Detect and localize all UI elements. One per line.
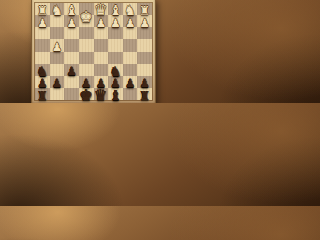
pawn-glyph: ♟ <box>37 19 47 28</box>
piece-white-pawn-g4[interactable]: ♟ <box>50 39 65 51</box>
piece-white-knight-b1[interactable]: ♞ <box>123 3 138 15</box>
rook-glyph: ♜ <box>139 91 150 101</box>
piece-black-knight-c6[interactable]: ♞ <box>108 64 123 76</box>
square-d4[interactable] <box>94 39 109 51</box>
pawn-glyph: ♟ <box>110 19 120 28</box>
square-d5[interactable] <box>94 52 109 64</box>
knight-glyph: ♞ <box>51 5 63 16</box>
square-f4[interactable] <box>64 39 79 51</box>
piece-white-pawn-d2[interactable]: ♟ <box>94 15 109 27</box>
square-e6[interactable] <box>79 64 94 76</box>
piece-black-bishop-c8[interactable]: ♝ <box>108 88 123 100</box>
piece-white-queen-d1[interactable]: ♛ <box>94 3 109 15</box>
bishop-glyph: ♝ <box>109 90 122 101</box>
king-glyph: ♚ <box>79 89 92 101</box>
king-glyph: ♚ <box>79 11 92 23</box>
piece-black-pawn-a7[interactable]: ♟ <box>137 76 152 88</box>
square-b5[interactable] <box>123 52 138 64</box>
piece-black-pawn-f6[interactable]: ♟ <box>64 64 79 76</box>
square-e5[interactable] <box>79 52 94 64</box>
piece-black-pawn-h7[interactable]: ♟ <box>35 76 50 88</box>
pawn-glyph: ♟ <box>140 19 150 28</box>
piece-white-rook-a1[interactable]: ♜ <box>137 3 152 15</box>
piece-white-bishop-f1[interactable]: ♝ <box>64 3 79 15</box>
square-f8[interactable] <box>64 88 79 100</box>
rook-glyph: ♜ <box>37 91 48 101</box>
square-g6[interactable] <box>50 64 65 76</box>
piece-white-pawn-f2[interactable]: ♟ <box>64 15 79 27</box>
pawn-glyph: ♟ <box>52 79 62 88</box>
pawn-glyph: ♟ <box>66 19 76 28</box>
pawn-glyph: ♟ <box>52 43 62 52</box>
pawn-glyph: ♟ <box>125 19 135 28</box>
queen-glyph: ♛ <box>94 89 107 101</box>
square-e3[interactable] <box>79 27 94 39</box>
piece-white-bishop-c1[interactable]: ♝ <box>108 3 123 15</box>
square-e4[interactable] <box>79 39 94 51</box>
square-a4[interactable] <box>137 39 152 51</box>
pawn-glyph: ♟ <box>96 19 106 28</box>
piece-white-knight-g1[interactable]: ♞ <box>50 3 65 15</box>
piece-white-pawn-b2[interactable]: ♟ <box>123 15 138 27</box>
piece-white-pawn-c2[interactable]: ♟ <box>108 15 123 27</box>
square-a6[interactable] <box>137 64 152 76</box>
chess-board-frame: ♜♞♝♚♛♝♞♜♟♟♟♟♟♟♟♞♟♞♟♟♟♟♟♟♟♜♚♛♝♜ <box>31 0 156 103</box>
square-c4[interactable] <box>108 39 123 51</box>
pawn-glyph: ♟ <box>125 79 135 88</box>
piece-black-rook-a8[interactable]: ♜ <box>137 88 152 100</box>
pawn-glyph: ♟ <box>66 67 76 76</box>
square-g3[interactable] <box>50 27 65 39</box>
piece-white-pawn-a2[interactable]: ♟ <box>137 15 152 27</box>
piece-white-king-e1-e2[interactable]: ♚ <box>79 10 94 22</box>
piece-black-knight-h6[interactable]: ♞ <box>35 64 50 76</box>
square-b4[interactable] <box>123 39 138 51</box>
piece-white-pawn-h2[interactable]: ♟ <box>35 15 50 27</box>
piece-white-rook-h1[interactable]: ♜ <box>35 3 50 15</box>
square-h4[interactable] <box>35 39 50 51</box>
square-a5[interactable] <box>137 52 152 64</box>
square-b6[interactable] <box>123 64 138 76</box>
square-f5[interactable] <box>64 52 79 64</box>
square-d6[interactable] <box>94 64 109 76</box>
piece-black-pawn-b7[interactable]: ♟ <box>123 76 138 88</box>
piece-black-rook-h8[interactable]: ♜ <box>35 88 50 100</box>
piece-black-queen-d8[interactable]: ♛ <box>94 88 109 100</box>
app-background: { "game": "chess", "board": { "orientati… <box>0 0 185 103</box>
piece-black-king-e8[interactable]: ♚ <box>79 88 94 100</box>
piece-black-pawn-g7[interactable]: ♟ <box>50 76 65 88</box>
